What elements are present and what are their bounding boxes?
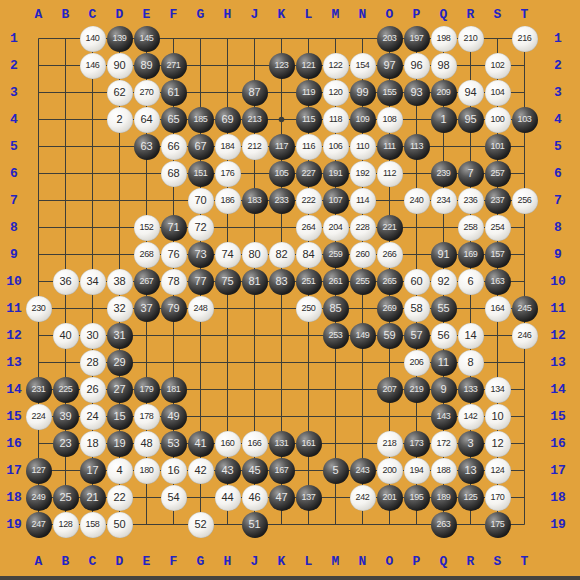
stone-black-O14[interactable]: 207 <box>377 377 403 403</box>
stone-white-J9[interactable]: 80 <box>242 242 268 268</box>
stone-white-T1[interactable]: 216 <box>512 26 538 52</box>
stone-black-H17[interactable]: 43 <box>215 458 241 484</box>
row-label-7: 7 <box>3 187 25 214</box>
stone-black-N12[interactable]: 149 <box>350 323 376 349</box>
stone-black-J17[interactable]: 45 <box>242 458 268 484</box>
stone-black-S5[interactable]: 101 <box>485 134 511 160</box>
stone-white-D10[interactable]: 38 <box>107 269 133 295</box>
stone-black-F3[interactable]: 61 <box>161 80 187 106</box>
stone-white-E9[interactable]: 268 <box>134 242 160 268</box>
stone-black-G6[interactable]: 151 <box>188 161 214 187</box>
stone-black-L2[interactable]: 121 <box>296 53 322 79</box>
row-label-16: 16 <box>547 430 569 457</box>
stone-white-B12[interactable]: 40 <box>53 323 79 349</box>
stone-white-H7[interactable]: 186 <box>215 188 241 214</box>
stone-black-M10[interactable]: 261 <box>323 269 349 295</box>
col-label-D: D <box>106 5 133 23</box>
stone-white-L5[interactable]: 116 <box>296 134 322 160</box>
stone-black-O1[interactable]: 203 <box>377 26 403 52</box>
stone-black-O11[interactable]: 269 <box>377 296 403 322</box>
stone-black-N10[interactable]: 255 <box>350 269 376 295</box>
stone-black-F15[interactable]: 49 <box>161 404 187 430</box>
stone-black-Q14[interactable]: 9 <box>431 377 457 403</box>
stone-black-E5[interactable]: 63 <box>134 134 160 160</box>
col-label-H: H <box>214 552 241 570</box>
stone-black-S19[interactable]: 175 <box>485 512 511 538</box>
stone-black-Q4[interactable]: 1 <box>431 107 457 133</box>
stone-black-L16[interactable]: 161 <box>296 431 322 457</box>
stone-white-H5[interactable]: 184 <box>215 134 241 160</box>
stone-black-B14[interactable]: 225 <box>53 377 79 403</box>
stone-black-B16[interactable]: 23 <box>53 431 79 457</box>
stone-black-K17[interactable]: 167 <box>269 458 295 484</box>
stone-black-L10[interactable]: 251 <box>296 269 322 295</box>
stone-white-E3[interactable]: 270 <box>134 80 160 106</box>
stone-white-O6[interactable]: 112 <box>377 161 403 187</box>
stone-white-O4[interactable]: 108 <box>377 107 403 133</box>
stone-white-L11[interactable]: 250 <box>296 296 322 322</box>
stone-black-D15[interactable]: 15 <box>107 404 133 430</box>
stone-black-G16[interactable]: 41 <box>188 431 214 457</box>
stone-black-L4[interactable]: 115 <box>296 107 322 133</box>
stone-black-F8[interactable]: 71 <box>161 215 187 241</box>
col-label-R: R <box>457 552 484 570</box>
stone-white-M8[interactable]: 204 <box>323 215 349 241</box>
stone-black-D12[interactable]: 31 <box>107 323 133 349</box>
stone-black-Q3[interactable]: 209 <box>431 80 457 106</box>
row-label-14: 14 <box>547 376 569 403</box>
stone-black-S6[interactable]: 257 <box>485 161 511 187</box>
stone-white-N7[interactable]: 114 <box>350 188 376 214</box>
row-label-4: 4 <box>3 106 25 133</box>
stone-white-A11[interactable]: 230 <box>26 296 52 322</box>
stone-white-C14[interactable]: 26 <box>80 377 106 403</box>
stone-white-R12[interactable]: 14 <box>458 323 484 349</box>
stone-white-D3[interactable]: 62 <box>107 80 133 106</box>
stone-black-Q13[interactable]: 11 <box>431 350 457 376</box>
stone-white-N8[interactable]: 228 <box>350 215 376 241</box>
stone-white-H6[interactable]: 176 <box>215 161 241 187</box>
row-label-12: 12 <box>547 322 569 349</box>
stone-white-G8[interactable]: 72 <box>188 215 214 241</box>
col-label-F: F <box>160 552 187 570</box>
col-label-N: N <box>349 552 376 570</box>
stone-white-P2[interactable]: 96 <box>404 53 430 79</box>
row-label-10: 10 <box>3 268 25 295</box>
stone-white-S11[interactable]: 164 <box>485 296 511 322</box>
row-label-11: 11 <box>547 295 569 322</box>
stone-white-C15[interactable]: 24 <box>80 404 106 430</box>
stone-white-J16[interactable]: 166 <box>242 431 268 457</box>
row-label-19: 19 <box>547 511 569 538</box>
stone-black-J7[interactable]: 183 <box>242 188 268 214</box>
stone-white-F10[interactable]: 78 <box>161 269 187 295</box>
col-label-E: E <box>133 552 160 570</box>
stone-black-D13[interactable]: 29 <box>107 350 133 376</box>
stone-black-O3[interactable]: 155 <box>377 80 403 106</box>
stone-black-K18[interactable]: 47 <box>269 485 295 511</box>
stone-black-G4[interactable]: 185 <box>188 107 214 133</box>
stone-white-F17[interactable]: 16 <box>161 458 187 484</box>
row-label-16: 16 <box>3 430 25 457</box>
row-label-2: 2 <box>547 52 569 79</box>
stone-white-Q2[interactable]: 98 <box>431 53 457 79</box>
stone-white-G19[interactable]: 52 <box>188 512 214 538</box>
stone-white-S18[interactable]: 170 <box>485 485 511 511</box>
stone-white-S2[interactable]: 102 <box>485 53 511 79</box>
stone-white-S16[interactable]: 12 <box>485 431 511 457</box>
stone-white-L8[interactable]: 264 <box>296 215 322 241</box>
stone-white-H18[interactable]: 44 <box>215 485 241 511</box>
stone-black-D1[interactable]: 139 <box>107 26 133 52</box>
stone-black-G9[interactable]: 73 <box>188 242 214 268</box>
stone-black-O18[interactable]: 201 <box>377 485 403 511</box>
stone-white-N2[interactable]: 154 <box>350 53 376 79</box>
stone-white-C19[interactable]: 158 <box>80 512 106 538</box>
stone-black-J3[interactable]: 87 <box>242 80 268 106</box>
col-label-Q: Q <box>430 552 457 570</box>
col-label-K: K <box>268 552 295 570</box>
stone-black-Q11[interactable]: 55 <box>431 296 457 322</box>
row-label-13: 13 <box>3 349 25 376</box>
row-label-12: 12 <box>3 322 25 349</box>
col-label-H: H <box>214 5 241 23</box>
stone-black-H4[interactable]: 69 <box>215 107 241 133</box>
stone-black-M11[interactable]: 85 <box>323 296 349 322</box>
stone-black-T4[interactable]: 103 <box>512 107 538 133</box>
col-label-A: A <box>25 5 52 23</box>
col-label-L: L <box>295 5 322 23</box>
stone-black-G10[interactable]: 77 <box>188 269 214 295</box>
stone-white-G7[interactable]: 70 <box>188 188 214 214</box>
stone-black-R17[interactable]: 13 <box>458 458 484 484</box>
stone-white-M5[interactable]: 106 <box>323 134 349 160</box>
stone-white-C2[interactable]: 146 <box>80 53 106 79</box>
col-label-O: O <box>376 5 403 23</box>
stone-black-R14[interactable]: 133 <box>458 377 484 403</box>
col-label-M: M <box>322 5 349 23</box>
stone-white-C16[interactable]: 18 <box>80 431 106 457</box>
stone-black-N4[interactable]: 109 <box>350 107 376 133</box>
col-label-F: F <box>160 5 187 23</box>
col-label-K: K <box>268 5 295 23</box>
stone-black-T11[interactable]: 245 <box>512 296 538 322</box>
window-bottom-edge <box>0 576 580 580</box>
stone-black-Q18[interactable]: 189 <box>431 485 457 511</box>
stone-black-R4[interactable]: 95 <box>458 107 484 133</box>
col-label-R: R <box>457 5 484 23</box>
col-label-B: B <box>52 552 79 570</box>
stone-black-R6[interactable]: 7 <box>458 161 484 187</box>
stone-white-R13[interactable]: 8 <box>458 350 484 376</box>
row-label-10: 10 <box>547 268 569 295</box>
stone-white-L7[interactable]: 222 <box>296 188 322 214</box>
stone-white-F6[interactable]: 68 <box>161 161 187 187</box>
col-label-G: G <box>187 5 214 23</box>
stone-black-C18[interactable]: 21 <box>80 485 106 511</box>
stone-white-Q10[interactable]: 92 <box>431 269 457 295</box>
stone-black-D14[interactable]: 27 <box>107 377 133 403</box>
stone-white-O17[interactable]: 200 <box>377 458 403 484</box>
row-label-11: 11 <box>3 295 25 322</box>
stone-black-M6[interactable]: 191 <box>323 161 349 187</box>
stone-black-K16[interactable]: 131 <box>269 431 295 457</box>
stone-black-K7[interactable]: 233 <box>269 188 295 214</box>
stone-white-S3[interactable]: 104 <box>485 80 511 106</box>
stone-black-S10[interactable]: 163 <box>485 269 511 295</box>
stone-white-F9[interactable]: 76 <box>161 242 187 268</box>
stone-black-Q9[interactable]: 91 <box>431 242 457 268</box>
stone-white-T7[interactable]: 256 <box>512 188 538 214</box>
column-labels-bottom: ABCDEFGHJKLMNOPQRST <box>25 552 538 570</box>
row-label-14: 14 <box>3 376 25 403</box>
row-label-8: 8 <box>547 214 569 241</box>
row-label-1: 1 <box>3 25 25 52</box>
row-label-5: 5 <box>3 133 25 160</box>
stone-black-P3[interactable]: 93 <box>404 80 430 106</box>
stone-white-R8[interactable]: 258 <box>458 215 484 241</box>
stone-black-D16[interactable]: 19 <box>107 431 133 457</box>
row-label-6: 6 <box>547 160 569 187</box>
stone-white-J18[interactable]: 46 <box>242 485 268 511</box>
stone-white-S17[interactable]: 124 <box>485 458 511 484</box>
stone-white-R3[interactable]: 94 <box>458 80 484 106</box>
stone-white-P17[interactable]: 194 <box>404 458 430 484</box>
stone-white-G17[interactable]: 42 <box>188 458 214 484</box>
row-labels-left: 12345678910111213141516171819 <box>3 25 25 538</box>
stone-white-S14[interactable]: 134 <box>485 377 511 403</box>
stone-white-D17[interactable]: 4 <box>107 458 133 484</box>
stone-white-Q16[interactable]: 172 <box>431 431 457 457</box>
stone-black-O10[interactable]: 265 <box>377 269 403 295</box>
row-labels-right: 12345678910111213141516171819 <box>547 25 569 538</box>
stone-black-L18[interactable]: 137 <box>296 485 322 511</box>
stone-black-M17[interactable]: 5 <box>323 458 349 484</box>
stone-black-F16[interactable]: 53 <box>161 431 187 457</box>
stone-white-R7[interactable]: 236 <box>458 188 484 214</box>
stone-black-B18[interactable]: 25 <box>53 485 79 511</box>
stone-black-E10[interactable]: 267 <box>134 269 160 295</box>
stone-white-E17[interactable]: 180 <box>134 458 160 484</box>
stone-white-D18[interactable]: 22 <box>107 485 133 511</box>
stone-white-N5[interactable]: 110 <box>350 134 376 160</box>
row-label-8: 8 <box>3 214 25 241</box>
stone-white-S8[interactable]: 254 <box>485 215 511 241</box>
stone-white-M2[interactable]: 122 <box>323 53 349 79</box>
col-label-M: M <box>322 552 349 570</box>
col-label-C: C <box>79 5 106 23</box>
stone-white-E4[interactable]: 64 <box>134 107 160 133</box>
col-label-T: T <box>511 5 538 23</box>
col-label-P: P <box>403 552 430 570</box>
col-label-A: A <box>25 552 52 570</box>
col-label-S: S <box>484 552 511 570</box>
stone-black-F4[interactable]: 65 <box>161 107 187 133</box>
stone-black-N3[interactable]: 99 <box>350 80 376 106</box>
stone-black-K6[interactable]: 105 <box>269 161 295 187</box>
stone-white-C10[interactable]: 34 <box>80 269 106 295</box>
stone-black-E14[interactable]: 179 <box>134 377 160 403</box>
stone-white-S4[interactable]: 100 <box>485 107 511 133</box>
row-label-3: 3 <box>547 79 569 106</box>
col-label-Q: Q <box>430 5 457 23</box>
stone-white-Q1[interactable]: 198 <box>431 26 457 52</box>
stone-white-C13[interactable]: 28 <box>80 350 106 376</box>
col-label-P: P <box>403 5 430 23</box>
stone-black-O12[interactable]: 59 <box>377 323 403 349</box>
stone-black-K2[interactable]: 123 <box>269 53 295 79</box>
stone-black-E2[interactable]: 89 <box>134 53 160 79</box>
row-label-18: 18 <box>3 484 25 511</box>
stone-white-L9[interactable]: 84 <box>296 242 322 268</box>
column-labels-top: ABCDEFGHJKLMNOPQRST <box>25 5 538 23</box>
stone-black-P1[interactable]: 197 <box>404 26 430 52</box>
col-label-O: O <box>376 552 403 570</box>
row-label-2: 2 <box>3 52 25 79</box>
stone-black-H10[interactable]: 75 <box>215 269 241 295</box>
stone-white-H9[interactable]: 74 <box>215 242 241 268</box>
stone-black-S9[interactable]: 157 <box>485 242 511 268</box>
stone-black-G5[interactable]: 67 <box>188 134 214 160</box>
stone-white-E15[interactable]: 178 <box>134 404 160 430</box>
stone-black-J10[interactable]: 81 <box>242 269 268 295</box>
stone-white-M4[interactable]: 118 <box>323 107 349 133</box>
stone-black-P12[interactable]: 57 <box>404 323 430 349</box>
stone-black-L3[interactable]: 119 <box>296 80 322 106</box>
col-label-T: T <box>511 552 538 570</box>
board-intersections[interactable]: 1234567891011121314151617181921222324252… <box>25 25 538 538</box>
stone-white-N18[interactable]: 242 <box>350 485 376 511</box>
stone-black-F14[interactable]: 181 <box>161 377 187 403</box>
stone-black-M7[interactable]: 107 <box>323 188 349 214</box>
stone-white-R10[interactable]: 6 <box>458 269 484 295</box>
stone-white-D19[interactable]: 50 <box>107 512 133 538</box>
stone-black-R16[interactable]: 3 <box>458 431 484 457</box>
stone-black-O2[interactable]: 97 <box>377 53 403 79</box>
stone-white-P10[interactable]: 60 <box>404 269 430 295</box>
stone-black-M12[interactable]: 253 <box>323 323 349 349</box>
stone-white-P11[interactable]: 58 <box>404 296 430 322</box>
stone-white-Q17[interactable]: 188 <box>431 458 457 484</box>
row-label-3: 3 <box>3 79 25 106</box>
stone-black-R9[interactable]: 169 <box>458 242 484 268</box>
stone-black-B15[interactable]: 39 <box>53 404 79 430</box>
stone-black-O5[interactable]: 111 <box>377 134 403 160</box>
col-label-L: L <box>295 552 322 570</box>
stone-black-S7[interactable]: 237 <box>485 188 511 214</box>
col-label-N: N <box>349 5 376 23</box>
stone-black-Q19[interactable]: 263 <box>431 512 457 538</box>
col-label-S: S <box>484 5 511 23</box>
stone-white-T12[interactable]: 246 <box>512 323 538 349</box>
stone-white-J5[interactable]: 212 <box>242 134 268 160</box>
row-label-7: 7 <box>547 187 569 214</box>
go-board-diagram: ABCDEFGHJKLMNOPQRST ABCDEFGHJKLMNOPQRST … <box>0 0 580 580</box>
stone-black-Q6[interactable]: 239 <box>431 161 457 187</box>
stone-black-A17[interactable]: 127 <box>26 458 52 484</box>
stone-black-A19[interactable]: 247 <box>26 512 52 538</box>
stone-white-B10[interactable]: 36 <box>53 269 79 295</box>
stone-white-K9[interactable]: 82 <box>269 242 295 268</box>
stone-black-J19[interactable]: 51 <box>242 512 268 538</box>
stone-white-H16[interactable]: 160 <box>215 431 241 457</box>
col-label-C: C <box>79 552 106 570</box>
stone-black-A14[interactable]: 231 <box>26 377 52 403</box>
stone-black-N17[interactable]: 243 <box>350 458 376 484</box>
stone-black-R18[interactable]: 125 <box>458 485 484 511</box>
col-label-E: E <box>133 5 160 23</box>
row-label-9: 9 <box>547 241 569 268</box>
stone-white-C1[interactable]: 140 <box>80 26 106 52</box>
col-label-J: J <box>241 552 268 570</box>
row-label-15: 15 <box>3 403 25 430</box>
stone-white-O16[interactable]: 218 <box>377 431 403 457</box>
row-label-4: 4 <box>547 106 569 133</box>
stone-white-N9[interactable]: 260 <box>350 242 376 268</box>
stone-black-P5[interactable]: 113 <box>404 134 430 160</box>
stone-white-Q12[interactable]: 56 <box>431 323 457 349</box>
stone-black-A18[interactable]: 249 <box>26 485 52 511</box>
stone-white-D2[interactable]: 90 <box>107 53 133 79</box>
stone-black-C17[interactable]: 17 <box>80 458 106 484</box>
stone-black-K5[interactable]: 117 <box>269 134 295 160</box>
stone-black-K10[interactable]: 83 <box>269 269 295 295</box>
stone-white-P7[interactable]: 240 <box>404 188 430 214</box>
stone-white-M3[interactable]: 120 <box>323 80 349 106</box>
stone-white-C12[interactable]: 30 <box>80 323 106 349</box>
row-label-15: 15 <box>547 403 569 430</box>
stone-white-B19[interactable]: 128 <box>53 512 79 538</box>
stone-white-O9[interactable]: 266 <box>377 242 403 268</box>
row-label-1: 1 <box>547 25 569 52</box>
row-label-6: 6 <box>3 160 25 187</box>
row-label-9: 9 <box>3 241 25 268</box>
stone-white-N6[interactable]: 192 <box>350 161 376 187</box>
stone-black-J4[interactable]: 213 <box>242 107 268 133</box>
stone-white-P13[interactable]: 206 <box>404 350 430 376</box>
stone-black-P18[interactable]: 195 <box>404 485 430 511</box>
row-label-5: 5 <box>547 133 569 160</box>
row-label-19: 19 <box>3 511 25 538</box>
stone-white-R15[interactable]: 142 <box>458 404 484 430</box>
stone-black-F2[interactable]: 271 <box>161 53 187 79</box>
stone-black-F11[interactable]: 79 <box>161 296 187 322</box>
stone-white-E16[interactable]: 48 <box>134 431 160 457</box>
stone-white-R1[interactable]: 210 <box>458 26 484 52</box>
stone-black-M9[interactable]: 259 <box>323 242 349 268</box>
stone-black-E11[interactable]: 37 <box>134 296 160 322</box>
stone-white-A15[interactable]: 224 <box>26 404 52 430</box>
col-label-J: J <box>241 5 268 23</box>
row-label-17: 17 <box>547 457 569 484</box>
row-label-13: 13 <box>547 349 569 376</box>
stone-white-E8[interactable]: 152 <box>134 215 160 241</box>
stone-black-L6[interactable]: 227 <box>296 161 322 187</box>
col-label-D: D <box>106 552 133 570</box>
stone-white-F5[interactable]: 66 <box>161 134 187 160</box>
stone-white-D11[interactable]: 32 <box>107 296 133 322</box>
stone-black-Q15[interactable]: 143 <box>431 404 457 430</box>
stone-white-F18[interactable]: 54 <box>161 485 187 511</box>
stone-black-O8[interactable]: 221 <box>377 215 403 241</box>
stone-white-G11[interactable]: 248 <box>188 296 214 322</box>
stone-white-Q7[interactable]: 234 <box>431 188 457 214</box>
stone-black-P14[interactable]: 219 <box>404 377 430 403</box>
stone-white-D4[interactable]: 2 <box>107 107 133 133</box>
stone-white-S15[interactable]: 10 <box>485 404 511 430</box>
stone-black-E1[interactable]: 145 <box>134 26 160 52</box>
stone-black-P16[interactable]: 173 <box>404 431 430 457</box>
